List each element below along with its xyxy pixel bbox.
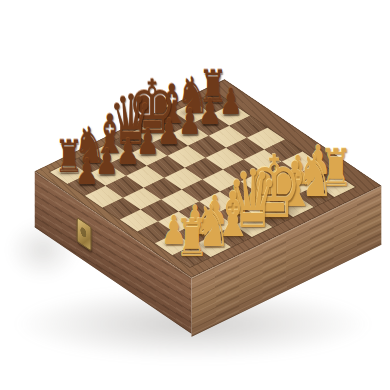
chess-set-photo: ♜♞♝♛♚♝♞♜♟♟♟♟♟♟♟♟♟♟♟♟♟♟♟♟♜♞♝♛♚♝♞♜: [0, 0, 390, 390]
piece-black-pawn[interactable]: ♟: [219, 84, 242, 120]
piece-white-rook[interactable]: ♜: [175, 213, 208, 265]
brass-plaque: [77, 217, 92, 252]
plaque-emblem-icon: [80, 225, 86, 240]
piece-black-pawn[interactable]: ♟: [199, 94, 222, 130]
piece-black-pawn[interactable]: ♟: [178, 104, 201, 140]
piece-black-pawn[interactable]: ♟: [157, 114, 180, 150]
piece-black-pawn[interactable]: ♟: [137, 124, 160, 160]
piece-black-pawn[interactable]: ♟: [96, 144, 119, 180]
piece-black-pawn[interactable]: ♟: [75, 154, 98, 190]
piece-black-pawn[interactable]: ♟: [116, 134, 139, 170]
